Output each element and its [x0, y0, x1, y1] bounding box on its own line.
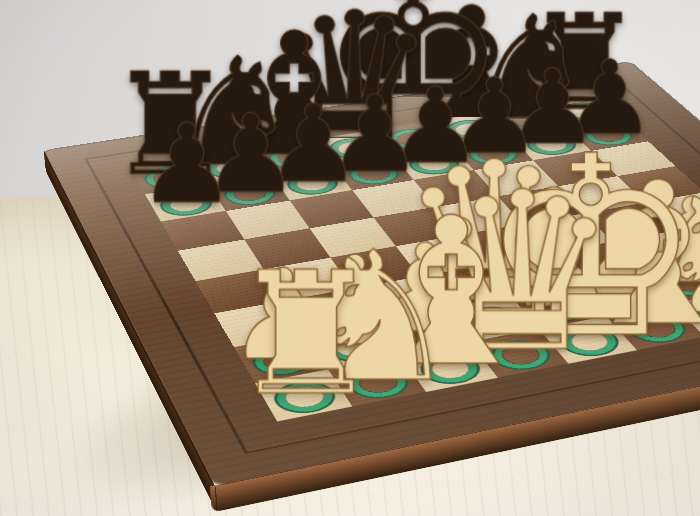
square-g3: [612, 231, 700, 272]
board-scene: ♜♞♝♛♚♝♞♜♟♟♟♟♟♟♟♟♟♟♟♛♟♟♟♟♜♞♝♛♚♝♞♜: [0, 0, 700, 516]
square-d1: ♛: [470, 329, 568, 378]
chess-board-frame: ♜♞♝♛♚♝♞♜♟♟♟♟♟♟♟♟♟♟♟♛♟♟♟♟♜♞♝♛♚♝♞♜: [44, 62, 700, 485]
square-h4: [645, 192, 700, 230]
chess-set-photo: ♜♞♝♛♚♝♞♜♟♟♟♟♟♟♟♟♟♟♟♛♟♟♟♟♜♞♝♛♚♝♞♜: [0, 0, 700, 516]
square-h3: [674, 220, 700, 260]
chess-board-grid: ♜♞♝♛♚♝♞♜♟♟♟♟♟♟♟♟♟♟♟♛♟♟♟♟♜♞♝♛♚♝♞♜: [130, 95, 700, 421]
